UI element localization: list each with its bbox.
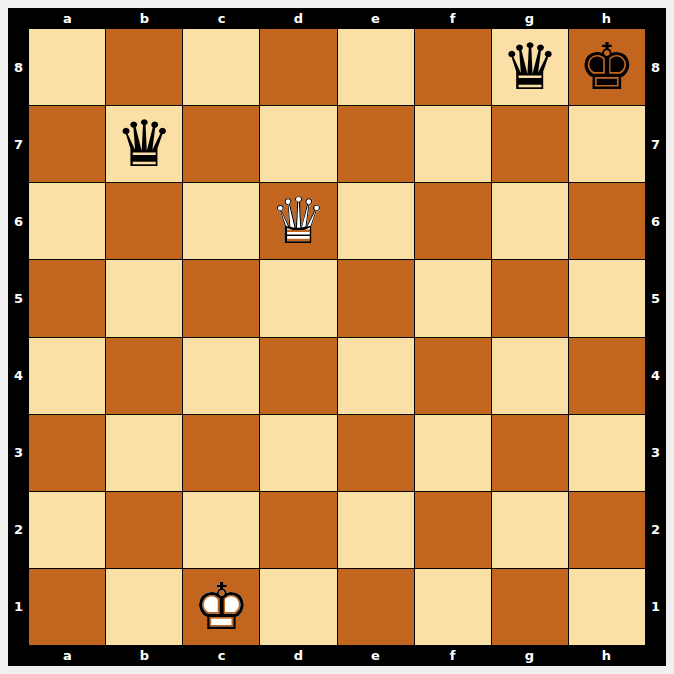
square-e7[interactable] — [338, 106, 414, 182]
square-b7[interactable]: ♛ — [106, 106, 182, 182]
black-queen-b7[interactable]: ♛ — [108, 108, 180, 180]
square-h1[interactable] — [569, 569, 645, 645]
square-g8[interactable]: ♛ — [492, 29, 568, 105]
square-h5[interactable] — [569, 260, 645, 336]
file-label-h: h — [568, 8, 645, 29]
file-label-g: g — [491, 645, 568, 666]
file-label-h: h — [568, 645, 645, 666]
square-b6[interactable] — [106, 183, 182, 259]
black-queen-g8[interactable]: ♛ — [494, 31, 566, 103]
file-label-f: f — [414, 645, 491, 666]
square-f8[interactable] — [415, 29, 491, 105]
file-label-d: d — [260, 645, 337, 666]
square-c5[interactable] — [183, 260, 259, 336]
square-a2[interactable] — [29, 492, 105, 568]
square-h7[interactable] — [569, 106, 645, 182]
square-b2[interactable] — [106, 492, 182, 568]
square-a5[interactable] — [29, 260, 105, 336]
square-d5[interactable] — [260, 260, 336, 336]
square-a4[interactable] — [29, 338, 105, 414]
rank-labels-left: 87654321 — [8, 29, 29, 645]
square-f7[interactable] — [415, 106, 491, 182]
rank-label-4: 4 — [645, 337, 666, 414]
rank-label-2: 2 — [645, 491, 666, 568]
rank-label-2: 2 — [8, 491, 29, 568]
rank-label-8: 8 — [645, 29, 666, 106]
rank-labels-right: 87654321 — [645, 29, 666, 645]
file-label-g: g — [491, 8, 568, 29]
square-c8[interactable] — [183, 29, 259, 105]
file-label-f: f — [414, 8, 491, 29]
file-label-d: d — [260, 8, 337, 29]
square-g7[interactable] — [492, 106, 568, 182]
file-label-a: a — [29, 8, 106, 29]
file-label-c: c — [183, 8, 260, 29]
square-h8[interactable]: ♚ — [569, 29, 645, 105]
file-label-e: e — [337, 645, 414, 666]
white-queen-d6[interactable]: ♛♕ — [262, 185, 334, 257]
chess-board: ♛♚♛♛♕♚♔ — [29, 29, 645, 645]
square-f2[interactable] — [415, 492, 491, 568]
square-f6[interactable] — [415, 183, 491, 259]
square-c7[interactable] — [183, 106, 259, 182]
rank-label-1: 1 — [645, 568, 666, 645]
square-f4[interactable] — [415, 338, 491, 414]
square-d7[interactable] — [260, 106, 336, 182]
rank-label-4: 4 — [8, 337, 29, 414]
square-e8[interactable] — [338, 29, 414, 105]
square-h4[interactable] — [569, 338, 645, 414]
square-d6[interactable]: ♛♕ — [260, 183, 336, 259]
square-b4[interactable] — [106, 338, 182, 414]
square-a8[interactable] — [29, 29, 105, 105]
square-d4[interactable] — [260, 338, 336, 414]
file-labels-bottom: abcdefgh — [29, 645, 645, 666]
rank-label-8: 8 — [8, 29, 29, 106]
square-b8[interactable] — [106, 29, 182, 105]
rank-label-7: 7 — [8, 106, 29, 183]
square-g3[interactable] — [492, 415, 568, 491]
file-label-a: a — [29, 645, 106, 666]
square-d3[interactable] — [260, 415, 336, 491]
square-e3[interactable] — [338, 415, 414, 491]
black-king-h8[interactable]: ♚ — [571, 31, 643, 103]
square-h2[interactable] — [569, 492, 645, 568]
square-e1[interactable] — [338, 569, 414, 645]
rank-label-6: 6 — [645, 183, 666, 260]
square-g6[interactable] — [492, 183, 568, 259]
square-f5[interactable] — [415, 260, 491, 336]
square-g5[interactable] — [492, 260, 568, 336]
square-f3[interactable] — [415, 415, 491, 491]
rank-label-7: 7 — [645, 106, 666, 183]
board-frame: abcdefgh 87654321 ♛♚♛♛♕♚♔ 87654321 abcde… — [8, 8, 666, 666]
square-c2[interactable] — [183, 492, 259, 568]
square-d2[interactable] — [260, 492, 336, 568]
page-background: { "game": "chess", "position": { "fen": … — [0, 0, 674, 674]
square-c1[interactable]: ♚♔ — [183, 569, 259, 645]
square-a6[interactable] — [29, 183, 105, 259]
rank-label-5: 5 — [645, 260, 666, 337]
square-c4[interactable] — [183, 338, 259, 414]
square-b5[interactable] — [106, 260, 182, 336]
file-label-e: e — [337, 8, 414, 29]
square-g4[interactable] — [492, 338, 568, 414]
square-e2[interactable] — [338, 492, 414, 568]
white-king-c1[interactable]: ♚♔ — [185, 571, 257, 643]
square-c3[interactable] — [183, 415, 259, 491]
rank-label-3: 3 — [645, 414, 666, 491]
square-a1[interactable] — [29, 569, 105, 645]
square-d8[interactable] — [260, 29, 336, 105]
rank-label-1: 1 — [8, 568, 29, 645]
square-e6[interactable] — [338, 183, 414, 259]
square-a3[interactable] — [29, 415, 105, 491]
square-h6[interactable] — [569, 183, 645, 259]
square-c6[interactable] — [183, 183, 259, 259]
square-e4[interactable] — [338, 338, 414, 414]
square-b1[interactable] — [106, 569, 182, 645]
square-f1[interactable] — [415, 569, 491, 645]
square-h3[interactable] — [569, 415, 645, 491]
white-queen-outline-glyph: ♕ — [262, 185, 334, 257]
file-label-c: c — [183, 645, 260, 666]
rank-label-3: 3 — [8, 414, 29, 491]
square-e5[interactable] — [338, 260, 414, 336]
square-b3[interactable] — [106, 415, 182, 491]
rank-label-5: 5 — [8, 260, 29, 337]
square-g2[interactable] — [492, 492, 568, 568]
file-label-b: b — [106, 645, 183, 666]
file-label-b: b — [106, 8, 183, 29]
rank-label-6: 6 — [8, 183, 29, 260]
square-a7[interactable] — [29, 106, 105, 182]
square-d1[interactable] — [260, 569, 336, 645]
file-labels-top: abcdefgh — [29, 8, 645, 29]
white-king-outline-glyph: ♔ — [185, 571, 257, 643]
square-g1[interactable] — [492, 569, 568, 645]
